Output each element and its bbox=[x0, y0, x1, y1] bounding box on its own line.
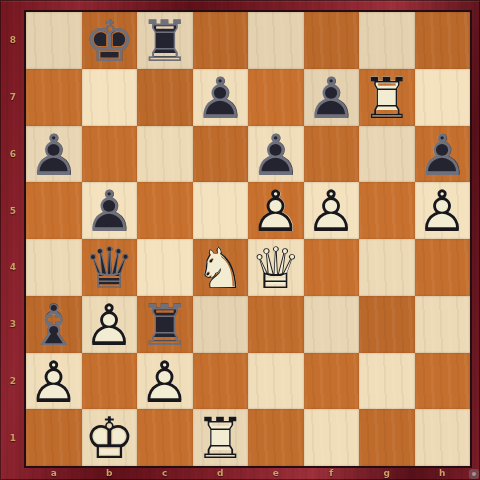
square-b6[interactable] bbox=[82, 126, 138, 183]
square-e2[interactable] bbox=[248, 353, 304, 410]
black-pawn-outline: ♙ bbox=[248, 127, 304, 184]
white-rook[interactable]: ♜♖ bbox=[359, 69, 415, 126]
square-b1[interactable]: ♚♔ bbox=[82, 409, 138, 466]
square-a7[interactable] bbox=[26, 69, 82, 126]
square-c1[interactable] bbox=[137, 409, 193, 466]
square-f7[interactable]: ♟♙ bbox=[304, 69, 360, 126]
square-f4[interactable] bbox=[304, 239, 360, 296]
square-f2[interactable] bbox=[304, 353, 360, 410]
square-d6[interactable] bbox=[193, 126, 249, 183]
square-d5[interactable] bbox=[193, 182, 249, 239]
square-f3[interactable] bbox=[304, 296, 360, 353]
square-d7[interactable]: ♟♙ bbox=[193, 69, 249, 126]
white-king-outline: ♔ bbox=[82, 410, 138, 467]
square-d8[interactable] bbox=[193, 12, 249, 69]
rank-labels: 87654321 bbox=[0, 12, 26, 466]
white-rook-outline: ♖ bbox=[193, 410, 249, 467]
black-rook[interactable]: ♜♖ bbox=[137, 12, 193, 69]
square-g4[interactable] bbox=[359, 239, 415, 296]
square-g6[interactable] bbox=[359, 126, 415, 183]
black-pawn-outline: ♙ bbox=[415, 127, 471, 184]
file-label-g: g bbox=[359, 466, 415, 480]
white-pawn-outline: ♙ bbox=[304, 183, 360, 240]
white-king[interactable]: ♚♔ bbox=[82, 409, 138, 466]
square-f6[interactable] bbox=[304, 126, 360, 183]
white-pawn-outline: ♙ bbox=[26, 354, 82, 411]
file-label-f: f bbox=[304, 466, 360, 480]
square-f8[interactable] bbox=[304, 12, 360, 69]
square-c4[interactable] bbox=[137, 239, 193, 296]
file-label-a: a bbox=[26, 466, 82, 480]
square-d4[interactable]: ♞♘ bbox=[193, 239, 249, 296]
white-pawn-outline: ♙ bbox=[82, 297, 138, 354]
square-c6[interactable] bbox=[137, 126, 193, 183]
square-e1[interactable] bbox=[248, 409, 304, 466]
square-e5[interactable]: ♟♙ bbox=[248, 182, 304, 239]
black-pawn[interactable]: ♟♙ bbox=[304, 69, 360, 126]
black-rook-outline: ♖ bbox=[137, 297, 193, 354]
square-h4[interactable] bbox=[415, 239, 471, 296]
square-g8[interactable] bbox=[359, 12, 415, 69]
square-h3[interactable] bbox=[415, 296, 471, 353]
black-queen[interactable]: ♛♕ bbox=[82, 239, 138, 296]
rank-label-5: 5 bbox=[0, 182, 26, 239]
rank-label-7: 7 bbox=[0, 69, 26, 126]
square-a4[interactable] bbox=[26, 239, 82, 296]
white-pawn[interactable]: ♟♙ bbox=[304, 182, 360, 239]
white-queen-outline: ♕ bbox=[248, 240, 304, 297]
square-e8[interactable] bbox=[248, 12, 304, 69]
white-pawn[interactable]: ♟♙ bbox=[415, 182, 471, 239]
black-pawn-outline: ♙ bbox=[304, 70, 360, 127]
white-pawn-outline: ♙ bbox=[248, 183, 304, 240]
square-e6[interactable]: ♟♙ bbox=[248, 126, 304, 183]
square-h1[interactable] bbox=[415, 409, 471, 466]
chessboard: ♚♔♜♖♟♙♟♙♜♖♟♙♟♙♟♙♟♙♟♙♟♙♟♙♛♕♞♘♛♕♝♗♟♙♜♖♟♙♟♙… bbox=[26, 12, 470, 466]
square-c8[interactable]: ♜♖ bbox=[137, 12, 193, 69]
black-queen-outline: ♕ bbox=[82, 240, 138, 297]
square-b3[interactable]: ♟♙ bbox=[82, 296, 138, 353]
rank-label-1: 1 bbox=[0, 409, 26, 466]
white-rook[interactable]: ♜♖ bbox=[193, 409, 249, 466]
square-h6[interactable]: ♟♙ bbox=[415, 126, 471, 183]
square-b5[interactable]: ♟♙ bbox=[82, 182, 138, 239]
black-pawn[interactable]: ♟♙ bbox=[82, 182, 138, 239]
square-a2[interactable]: ♟♙ bbox=[26, 353, 82, 410]
file-label-h: h bbox=[415, 466, 471, 480]
file-label-c: c bbox=[137, 466, 193, 480]
black-bishop-outline: ♗ bbox=[26, 297, 82, 354]
square-d2[interactable] bbox=[193, 353, 249, 410]
white-pawn-outline: ♙ bbox=[137, 354, 193, 411]
square-a1[interactable] bbox=[26, 409, 82, 466]
white-pawn[interactable]: ♟♙ bbox=[82, 296, 138, 353]
square-f5[interactable]: ♟♙ bbox=[304, 182, 360, 239]
white-queen[interactable]: ♛♕ bbox=[248, 239, 304, 296]
square-c2[interactable]: ♟♙ bbox=[137, 353, 193, 410]
square-a5[interactable] bbox=[26, 182, 82, 239]
square-b8[interactable]: ♚♔ bbox=[82, 12, 138, 69]
square-d3[interactable] bbox=[193, 296, 249, 353]
square-b2[interactable] bbox=[82, 353, 138, 410]
square-e4[interactable]: ♛♕ bbox=[248, 239, 304, 296]
square-g5[interactable] bbox=[359, 182, 415, 239]
square-g7[interactable]: ♜♖ bbox=[359, 69, 415, 126]
black-bishop[interactable]: ♝♗ bbox=[26, 296, 82, 353]
square-b7[interactable] bbox=[82, 69, 138, 126]
square-a8[interactable] bbox=[26, 12, 82, 69]
rank-label-2: 2 bbox=[0, 353, 26, 410]
square-f1[interactable] bbox=[304, 409, 360, 466]
square-c5[interactable] bbox=[137, 182, 193, 239]
square-a6[interactable]: ♟♙ bbox=[26, 126, 82, 183]
square-b4[interactable]: ♛♕ bbox=[82, 239, 138, 296]
white-knight-outline: ♘ bbox=[193, 240, 249, 297]
chessboard-frame: 87654321 abcdefgh ♚♔♜♖♟♙♟♙♜♖♟♙♟♙♟♙♟♙♟♙♟♙… bbox=[0, 0, 480, 480]
square-d1[interactable]: ♜♖ bbox=[193, 409, 249, 466]
square-c7[interactable] bbox=[137, 69, 193, 126]
corner-badge-icon[interactable] bbox=[469, 469, 479, 479]
white-rook-outline: ♖ bbox=[359, 70, 415, 127]
black-rook-outline: ♖ bbox=[137, 13, 193, 70]
square-e7[interactable] bbox=[248, 69, 304, 126]
black-pawn-outline: ♙ bbox=[26, 127, 82, 184]
black-rook[interactable]: ♜♖ bbox=[137, 296, 193, 353]
white-pawn[interactable]: ♟♙ bbox=[26, 353, 82, 410]
black-pawn[interactable]: ♟♙ bbox=[26, 126, 82, 183]
black-king-outline: ♔ bbox=[82, 13, 138, 70]
square-h2[interactable] bbox=[415, 353, 471, 410]
file-label-e: e bbox=[248, 466, 304, 480]
square-h8[interactable] bbox=[415, 12, 471, 69]
black-pawn[interactable]: ♟♙ bbox=[248, 126, 304, 183]
black-pawn-outline: ♙ bbox=[193, 70, 249, 127]
black-pawn-outline: ♙ bbox=[82, 183, 138, 240]
black-pawn[interactable]: ♟♙ bbox=[415, 126, 471, 183]
square-g2[interactable] bbox=[359, 353, 415, 410]
white-pawn-outline: ♙ bbox=[415, 183, 471, 240]
white-pawn[interactable]: ♟♙ bbox=[248, 182, 304, 239]
rank-label-4: 4 bbox=[0, 239, 26, 296]
white-pawn[interactable]: ♟♙ bbox=[137, 353, 193, 410]
rank-label-3: 3 bbox=[0, 296, 26, 353]
square-g1[interactable] bbox=[359, 409, 415, 466]
rank-label-6: 6 bbox=[0, 126, 26, 183]
black-pawn[interactable]: ♟♙ bbox=[193, 69, 249, 126]
square-e3[interactable] bbox=[248, 296, 304, 353]
white-knight[interactable]: ♞♘ bbox=[193, 239, 249, 296]
square-g3[interactable] bbox=[359, 296, 415, 353]
rank-label-8: 8 bbox=[0, 12, 26, 69]
black-king[interactable]: ♚♔ bbox=[82, 12, 138, 69]
square-h5[interactable]: ♟♙ bbox=[415, 182, 471, 239]
square-c3[interactable]: ♜♖ bbox=[137, 296, 193, 353]
square-a3[interactable]: ♝♗ bbox=[26, 296, 82, 353]
square-h7[interactable] bbox=[415, 69, 471, 126]
